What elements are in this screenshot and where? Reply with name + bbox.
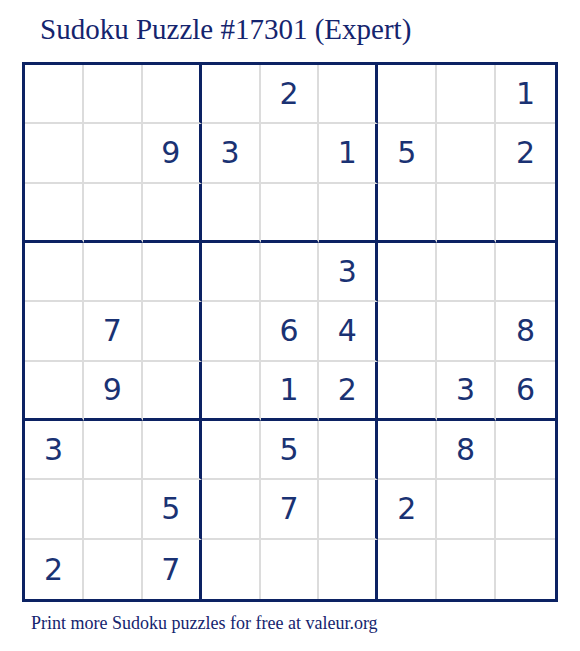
cell-r8c1	[25, 480, 84, 539]
cell-r2c3: 9	[143, 124, 202, 183]
cell-r9c5	[261, 540, 320, 599]
cell-r3c9	[496, 184, 555, 243]
cell-r8c7: 2	[378, 480, 437, 539]
cell-r5c2: 7	[84, 302, 143, 361]
cell-r5c8	[437, 302, 496, 361]
cell-r4c4	[202, 243, 261, 302]
cell-r1c9: 1	[496, 65, 555, 124]
cell-r4c5	[261, 243, 320, 302]
cell-r6c5: 1	[261, 362, 320, 421]
cell-r8c8	[437, 480, 496, 539]
cell-r5c4	[202, 302, 261, 361]
cell-r2c6: 1	[319, 124, 378, 183]
cell-r2c8	[437, 124, 496, 183]
cell-r9c2	[84, 540, 143, 599]
cell-r9c4	[202, 540, 261, 599]
cell-r4c2	[84, 243, 143, 302]
cell-r3c8	[437, 184, 496, 243]
cell-r5c7	[378, 302, 437, 361]
cell-r1c1	[25, 65, 84, 124]
cell-r6c3	[143, 362, 202, 421]
cell-r1c7	[378, 65, 437, 124]
cell-r4c1	[25, 243, 84, 302]
cell-r6c1	[25, 362, 84, 421]
cell-r2c4: 3	[202, 124, 261, 183]
cell-r4c9	[496, 243, 555, 302]
cell-r8c2	[84, 480, 143, 539]
cell-r9c7	[378, 540, 437, 599]
cell-r5c1	[25, 302, 84, 361]
cell-r8c3: 5	[143, 480, 202, 539]
cell-r3c1	[25, 184, 84, 243]
cell-r7c2	[84, 421, 143, 480]
cell-r5c3	[143, 302, 202, 361]
cell-r7c8: 8	[437, 421, 496, 480]
cell-r7c4	[202, 421, 261, 480]
cell-r2c1	[25, 124, 84, 183]
cell-r8c9	[496, 480, 555, 539]
cell-r7c3	[143, 421, 202, 480]
cell-r6c8: 3	[437, 362, 496, 421]
cell-r2c2	[84, 124, 143, 183]
cell-r3c2	[84, 184, 143, 243]
cell-r7c9	[496, 421, 555, 480]
cell-r6c6: 2	[319, 362, 378, 421]
cell-r6c4	[202, 362, 261, 421]
cell-r9c6	[319, 540, 378, 599]
cell-r4c7	[378, 243, 437, 302]
cell-r6c9: 6	[496, 362, 555, 421]
cell-r1c4	[202, 65, 261, 124]
cell-r7c5: 5	[261, 421, 320, 480]
cell-r1c6	[319, 65, 378, 124]
cell-r1c8	[437, 65, 496, 124]
cell-r6c7	[378, 362, 437, 421]
cell-r4c3	[143, 243, 202, 302]
cell-r3c7	[378, 184, 437, 243]
cell-r9c8	[437, 540, 496, 599]
cell-r9c1: 2	[25, 540, 84, 599]
cell-r9c3: 7	[143, 540, 202, 599]
footer-text: Print more Sudoku puzzles for free at va…	[31, 613, 378, 634]
cell-r7c6	[319, 421, 378, 480]
cell-r2c7: 5	[378, 124, 437, 183]
cell-r1c5: 2	[261, 65, 320, 124]
cell-r3c3	[143, 184, 202, 243]
cell-r9c9	[496, 540, 555, 599]
cell-r7c7	[378, 421, 437, 480]
cell-r2c9: 2	[496, 124, 555, 183]
cell-r1c3	[143, 65, 202, 124]
cell-r8c5: 7	[261, 480, 320, 539]
cell-r3c5	[261, 184, 320, 243]
cell-r8c6	[319, 480, 378, 539]
sudoku-board: 2193152376489123635857227	[22, 62, 558, 602]
page-title: Sudoku Puzzle #17301 (Expert)	[40, 13, 411, 46]
cell-r4c8	[437, 243, 496, 302]
cell-r7c1: 3	[25, 421, 84, 480]
cell-r4c6: 3	[319, 243, 378, 302]
cell-r5c6: 4	[319, 302, 378, 361]
cell-r1c2	[84, 65, 143, 124]
cell-r6c2: 9	[84, 362, 143, 421]
cell-r3c4	[202, 184, 261, 243]
cell-r5c5: 6	[261, 302, 320, 361]
cell-r8c4	[202, 480, 261, 539]
cell-r3c6	[319, 184, 378, 243]
cell-r2c5	[261, 124, 320, 183]
cell-r5c9: 8	[496, 302, 555, 361]
